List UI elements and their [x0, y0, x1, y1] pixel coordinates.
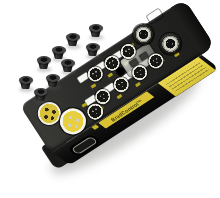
- cap-top: [89, 24, 103, 32]
- cap-top: [37, 56, 51, 64]
- cap-top: [66, 33, 80, 41]
- protective-cap: [52, 46, 66, 59]
- protective-cap: [34, 88, 48, 101]
- protective-cap: [61, 59, 75, 72]
- protective-cap: [46, 74, 60, 87]
- product-photo: BradControl™: [0, 0, 220, 198]
- protective-cap: [19, 76, 33, 89]
- cap-top: [86, 43, 100, 51]
- protective-cap: [86, 43, 100, 56]
- cap-top: [61, 59, 75, 67]
- cap-top: [52, 46, 66, 54]
- cap-top: [34, 88, 48, 96]
- protective-cap: [66, 33, 80, 46]
- protective-cap: [37, 56, 51, 69]
- cap-top: [19, 76, 33, 84]
- cap-top: [46, 74, 60, 82]
- protective-cap: [89, 24, 103, 37]
